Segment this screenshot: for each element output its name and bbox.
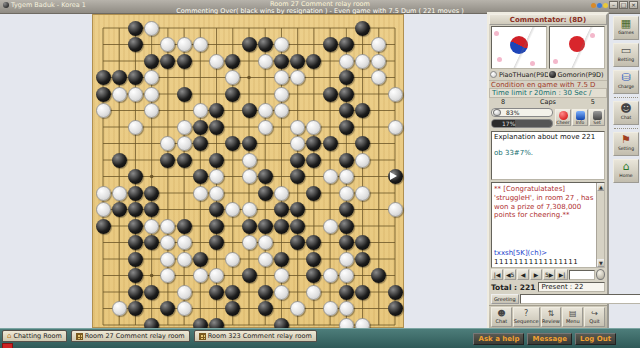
explanation-body: ob 33#7%. — [494, 149, 602, 157]
review-button[interactable]: ⇅ Review — [541, 307, 562, 327]
black-progress-value: 17% — [502, 120, 515, 127]
white-stone — [339, 54, 354, 69]
black-progress-bar[interactable]: 17% — [491, 119, 553, 128]
question-icon: ? — [524, 310, 528, 318]
black-stone — [128, 235, 143, 250]
nav-back5-button[interactable]: ◀5 — [504, 269, 516, 280]
scroll-up-icon[interactable]: ▲ — [597, 183, 605, 191]
review-arrows-icon: ⇅ — [548, 310, 555, 318]
black-stone — [242, 268, 257, 283]
black-stone — [242, 37, 257, 52]
slider-knob[interactable] — [493, 109, 501, 116]
black-stone — [128, 202, 143, 217]
flag-south-korea — [491, 26, 547, 69]
white-stone — [355, 186, 370, 201]
black-stone-icon — [549, 71, 556, 78]
black-stone — [388, 301, 403, 316]
captures-row: 8 Caps 5 — [489, 98, 607, 107]
white-progress-bar[interactable]: 83% — [491, 108, 553, 117]
black-stone — [355, 285, 370, 300]
white-stone — [128, 87, 143, 102]
title-icon-yellow[interactable] — [603, 3, 608, 8]
home-tab-icon: ⌂ — [7, 332, 11, 340]
white-stone — [274, 103, 289, 118]
black-stone — [388, 169, 403, 184]
white-player: PiaoTHuan(P9D) — [490, 70, 548, 80]
player-flags — [489, 25, 607, 70]
black-stone — [209, 153, 224, 168]
coins-icon: ⛁ — [621, 71, 630, 84]
faces-icon: ☻ — [620, 102, 631, 115]
white-stone — [193, 268, 208, 283]
minimize-button[interactable]: – — [609, 1, 618, 9]
white-stone — [209, 169, 224, 184]
white-stone — [339, 186, 354, 201]
black-stone — [258, 37, 273, 52]
white-stone — [290, 120, 305, 135]
black-stone — [193, 169, 208, 184]
black-stone — [144, 186, 159, 201]
go-board-icon: ▦ — [621, 17, 631, 30]
white-stone — [388, 202, 403, 217]
black-stone — [209, 235, 224, 250]
white-stone — [209, 186, 224, 201]
white-stone — [96, 202, 111, 217]
black-stone — [388, 285, 403, 300]
black-player: Gomorin(P9D) — [549, 70, 607, 80]
white-stone — [242, 235, 257, 250]
white-stone — [177, 285, 192, 300]
black-stone — [193, 252, 208, 267]
white-stone — [193, 103, 208, 118]
black-stone — [144, 54, 159, 69]
black-stone — [290, 219, 305, 234]
white-stone — [177, 252, 192, 267]
move-navigation: |◀ ◀5 ◀ ▶ 5▶ ▶| — [489, 268, 607, 282]
white-stone — [209, 54, 224, 69]
last-move-marker-icon — [390, 172, 397, 180]
scroll-down-icon[interactable]: ▼ — [597, 259, 605, 267]
white-stone — [96, 186, 111, 201]
black-stone — [209, 285, 224, 300]
white-stone — [355, 153, 370, 168]
black-stone — [128, 70, 143, 85]
nav-first-button[interactable]: |◀ — [491, 269, 503, 280]
betting-button[interactable]: ▭ Betting — [613, 43, 639, 67]
congratulation-message: ** [Congratulatates] 'struggleH', in roo… — [494, 185, 595, 220]
player-names: PiaoTHuan(P9D) Gomorin(P9D) — [489, 70, 607, 80]
commentator-header: Commentator: (8D) — [489, 14, 607, 25]
black-stone — [128, 21, 143, 36]
white-stone — [274, 70, 289, 85]
white-stone — [274, 268, 289, 283]
chat-button[interactable]: ☻ Chat — [491, 307, 512, 327]
white-stone — [388, 87, 403, 102]
black-captures: 5 — [591, 98, 595, 107]
move-explanation-box: Explanation about move 221 ob 33#7%. — [491, 131, 605, 180]
ask-help-button[interactable]: Ask a help — [473, 333, 524, 345]
black-stone — [112, 70, 127, 85]
go-board[interactable] — [92, 14, 404, 328]
toolbar-divider — [614, 97, 638, 98]
black-stone — [160, 153, 175, 168]
black-stone — [209, 103, 224, 118]
quit-button[interactable]: ↪ Quit — [584, 307, 605, 327]
white-stone — [96, 103, 111, 118]
panel-button-row: ☻ Chat ? Sequence ⇅ Review ▤ Menu ↪ Quit — [489, 305, 607, 328]
captures-label: Caps — [540, 98, 556, 107]
black-stone — [323, 87, 338, 102]
white-progress-value: 83% — [506, 109, 519, 116]
white-stone — [128, 120, 143, 135]
black-stone — [306, 186, 321, 201]
white-stone — [160, 219, 175, 234]
go-button[interactable] — [596, 269, 605, 280]
black-stone — [225, 285, 240, 300]
black-stone — [306, 54, 321, 69]
white-stone-icon — [490, 71, 497, 78]
close-button[interactable]: × — [629, 1, 638, 9]
black-stone — [355, 235, 370, 250]
black-stone — [355, 21, 370, 36]
info-icon — [576, 111, 585, 120]
black-stone — [96, 70, 111, 85]
taskbar: ⌂ Chatting Room Room 27 Comment relay ro… — [0, 328, 640, 348]
time-limit-text: Time limit r 20min : 30 Sec / — [489, 88, 607, 98]
black-stone — [193, 136, 208, 151]
chat-side-button[interactable]: ☻ Chat — [613, 101, 639, 125]
black-stone — [339, 37, 354, 52]
black-stone — [209, 120, 224, 135]
megaphone-icon: ⚑ — [621, 133, 631, 146]
white-stone — [258, 103, 273, 118]
move-number-input[interactable] — [569, 270, 595, 280]
black-stone — [128, 285, 143, 300]
white-stone — [144, 87, 159, 102]
black-stone — [160, 54, 175, 69]
white-stone — [225, 252, 240, 267]
side-toolbar: ▦ Games ▭ Betting ⛁ Charge ☻ Chat ⚑ Sett… — [612, 14, 640, 330]
white-stone — [274, 87, 289, 102]
black-stone — [209, 219, 224, 234]
black-stone — [112, 202, 127, 217]
white-stone — [339, 301, 354, 316]
black-stone — [96, 87, 111, 102]
cheer-ball-icon — [559, 111, 568, 120]
white-stone — [258, 120, 273, 135]
black-stone — [144, 285, 159, 300]
chat-notice-box: ** [Congratulatates] 'struggleH', in roo… — [491, 182, 605, 268]
black-stone — [128, 186, 143, 201]
charge-button[interactable]: ⛁ Charge — [613, 70, 639, 94]
white-stone — [323, 219, 338, 234]
nav-last-button[interactable]: ▶| — [556, 269, 568, 280]
menu-list-icon: ▤ — [569, 310, 577, 318]
black-stone — [242, 219, 257, 234]
white-stone — [177, 136, 192, 151]
black-stone — [274, 219, 289, 234]
present-count: Present : 22 — [538, 282, 605, 292]
black-stone — [339, 87, 354, 102]
tab-room-323[interactable]: Room 323 Comment relay room — [194, 330, 317, 342]
black-stone — [128, 219, 143, 234]
nav-forward-button[interactable]: ▶ — [530, 269, 542, 280]
white-stone — [339, 268, 354, 283]
white-stone — [177, 301, 192, 316]
black-stone — [339, 235, 354, 250]
games-button[interactable]: ▦ Games — [613, 16, 639, 40]
flag-japan — [549, 26, 605, 69]
toolbar-divider — [614, 128, 638, 129]
white-stone — [323, 268, 338, 283]
black-stone — [339, 219, 354, 234]
tv-icon: ▭ — [621, 44, 631, 57]
explanation-title: Explanation about move 221 — [494, 133, 602, 141]
total-moves: Total : 221 — [491, 283, 535, 292]
black-stone — [128, 37, 143, 52]
condition-text: Condition en game with 7.5 D — [489, 80, 607, 89]
tab-room-27[interactable]: Room 27 Comment relay room — [71, 330, 190, 342]
white-stone — [274, 37, 289, 52]
commentary-panel: Commentator: (8D) PiaoTHuan(P9D) Gomorin… — [487, 12, 609, 330]
black-stone — [355, 103, 370, 118]
menu-button[interactable]: ▤ Menu — [562, 307, 583, 327]
logout-button[interactable]: Log Out — [575, 333, 616, 345]
white-stone — [274, 285, 289, 300]
black-stone — [323, 37, 338, 52]
cheer-button[interactable]: Cheer — [555, 109, 571, 126]
black-stone — [339, 103, 354, 118]
white-stone — [258, 54, 273, 69]
white-stone — [160, 252, 175, 267]
sequence-button[interactable]: ? Sequence — [513, 307, 540, 327]
black-stone — [339, 285, 354, 300]
black-stone — [274, 54, 289, 69]
board-tab-icon — [76, 333, 83, 340]
black-stone — [274, 202, 289, 217]
white-stone — [355, 54, 370, 69]
black-stone — [258, 186, 273, 201]
black-stone — [209, 202, 224, 217]
black-stone — [258, 285, 273, 300]
white-captures: 8 — [501, 98, 505, 107]
black-stone — [128, 169, 143, 184]
white-stone — [112, 87, 127, 102]
board-tab-icon — [199, 333, 206, 340]
title-icon-orange[interactable] — [591, 3, 596, 8]
white-stone — [306, 285, 321, 300]
chat-scrollbar[interactable]: ▲ ▼ — [596, 183, 604, 267]
nav-back-button[interactable]: ◀ — [517, 269, 529, 280]
black-stone — [306, 153, 321, 168]
black-stone — [225, 54, 240, 69]
nav-forward5-button[interactable]: 5▶ — [543, 269, 555, 280]
white-stone — [209, 268, 224, 283]
black-stone — [112, 153, 127, 168]
chat-user-line[interactable]: txxsh[5K](ch)> — [494, 249, 547, 257]
home-button[interactable]: ⌂ Home — [613, 159, 639, 183]
white-stone — [177, 37, 192, 52]
title-icon-blue[interactable] — [597, 3, 602, 8]
white-stone — [371, 54, 386, 69]
white-stone — [323, 301, 338, 316]
black-stone — [225, 87, 240, 102]
black-stone — [339, 153, 354, 168]
taskbar-red-icon[interactable] — [2, 343, 13, 348]
black-stone — [128, 268, 143, 283]
white-stone — [144, 21, 159, 36]
camera-icon — [593, 111, 602, 120]
chat-message-line: 11111111111111111 — [494, 258, 578, 266]
black-stone — [242, 136, 257, 151]
black-stone — [355, 136, 370, 151]
black-stone — [258, 219, 273, 234]
chat-faces-icon: ☻ — [497, 310, 505, 318]
black-stone — [258, 169, 273, 184]
set-button[interactable]: Set — [589, 109, 605, 126]
white-stone — [242, 169, 257, 184]
white-stone — [258, 235, 273, 250]
setting-button[interactable]: ⚑ Setting — [613, 132, 639, 156]
tab-chatting-room[interactable]: ⌂ Chatting Room — [2, 330, 67, 342]
white-stone — [193, 186, 208, 201]
black-stone — [274, 252, 289, 267]
black-stone — [177, 54, 192, 69]
black-stone — [323, 136, 338, 151]
black-stone — [177, 87, 192, 102]
black-stone — [339, 120, 354, 135]
white-stone — [112, 186, 127, 201]
black-stone — [290, 54, 305, 69]
white-stone — [177, 120, 192, 135]
white-stone — [144, 219, 159, 234]
white-stone — [274, 186, 289, 201]
black-stone — [177, 219, 192, 234]
black-stone — [193, 120, 208, 135]
maximize-button[interactable]: □ — [619, 1, 628, 9]
info-button[interactable]: Info — [572, 109, 588, 126]
black-stone — [242, 103, 257, 118]
black-stone — [339, 70, 354, 85]
black-stone — [355, 252, 370, 267]
white-stone — [177, 235, 192, 250]
black-stone — [128, 252, 143, 267]
exit-arrow-icon: ↪ — [591, 310, 598, 318]
white-stone — [258, 252, 273, 267]
black-stone — [339, 202, 354, 217]
greeting-label: Greeting — [491, 294, 519, 304]
white-stone — [388, 120, 403, 135]
message-button[interactable]: Message — [527, 333, 572, 345]
black-stone — [258, 301, 273, 316]
white-stone — [339, 169, 354, 184]
black-stone — [128, 301, 143, 316]
black-stone — [96, 219, 111, 234]
white-stone — [242, 202, 257, 217]
white-stone — [242, 153, 257, 168]
house-icon: ⌂ — [623, 160, 630, 173]
black-stone — [177, 153, 192, 168]
win-rate-bars: 83% 17% — [491, 107, 553, 130]
white-stone — [112, 301, 127, 316]
black-stone — [306, 252, 321, 267]
white-stone — [193, 37, 208, 52]
white-stone — [323, 169, 338, 184]
black-stone — [290, 153, 305, 168]
white-stone — [339, 252, 354, 267]
white-stone — [306, 120, 321, 135]
